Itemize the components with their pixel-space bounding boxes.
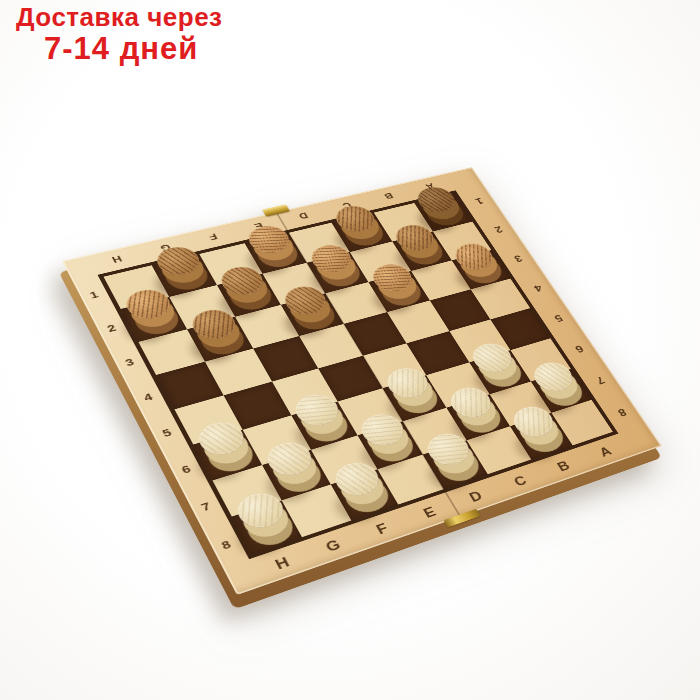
rank-label-right-7: 7: [594, 374, 607, 386]
file-label-bottom-C: C: [511, 473, 529, 490]
file-label-bottom-G: G: [323, 537, 343, 555]
board-shadow-wrap: HGFEDCBA HGFEDCBA 12345678 12345678: [0, 0, 700, 700]
rank-label-right-8: 8: [615, 406, 628, 419]
rank-label-right-3: 3: [512, 253, 525, 264]
file-label-top-H: H: [110, 254, 124, 265]
rank-label-left-1: 1: [87, 288, 100, 300]
rank-label-left-7: 7: [199, 499, 213, 513]
rank-label-left-3: 3: [123, 355, 136, 367]
checkers-board: HGFEDCBA HGFEDCBA 12345678 12345678: [62, 167, 662, 595]
rank-label-left-4: 4: [141, 390, 154, 403]
board-face: HGFEDCBA HGFEDCBA 12345678 12345678: [62, 167, 662, 595]
rank-label-left-8: 8: [219, 537, 233, 551]
file-label-bottom-H: H: [272, 554, 292, 573]
file-label-top-D: D: [297, 211, 310, 221]
file-label-bottom-A: A: [597, 444, 615, 460]
rank-label-left-6: 6: [179, 462, 193, 476]
file-label-bottom-D: D: [466, 488, 485, 505]
rank-label-right-1: 1: [473, 196, 485, 207]
rank-label-left-2: 2: [105, 322, 118, 334]
file-label-top-B: B: [383, 191, 396, 201]
rank-label-right-4: 4: [531, 282, 544, 293]
file-label-bottom-B: B: [555, 458, 573, 474]
file-label-bottom-E: E: [421, 504, 439, 521]
rank-label-right-2: 2: [492, 224, 504, 235]
file-label-bottom-F: F: [373, 520, 390, 537]
rank-label-left-5: 5: [160, 426, 173, 439]
rank-label-right-6: 6: [572, 343, 585, 355]
rank-label-right-5: 5: [552, 312, 565, 324]
file-label-top-F: F: [207, 232, 219, 242]
